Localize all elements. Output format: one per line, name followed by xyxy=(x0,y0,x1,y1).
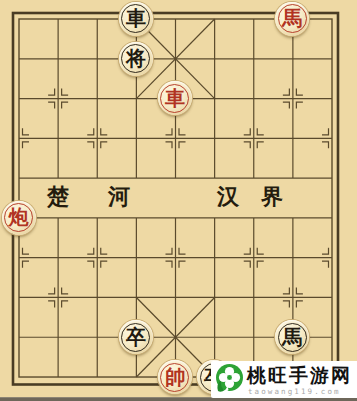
piece-red-general[interactable]: 帥 xyxy=(158,360,192,394)
xiangqi-screenshot: 楚 河 汉 界 車馬将車炮卒馬帥卒 桃旺手游网 taowang119.com xyxy=(0,0,357,401)
piece-glyph: 卒 xyxy=(126,327,146,347)
clover-logo-icon xyxy=(212,362,246,397)
piece-black-general[interactable]: 将 xyxy=(119,42,153,76)
piece-glyph: 馬 xyxy=(282,327,302,347)
piece-black-chariot[interactable]: 車 xyxy=(119,2,153,36)
watermark-url: taowang119.com xyxy=(248,387,341,396)
piece-glyph: 馬 xyxy=(282,8,302,28)
piece-red-chariot[interactable]: 車 xyxy=(158,81,192,115)
watermark-link[interactable]: 桃旺手游网 taowang119.com xyxy=(211,361,357,398)
piece-glyph: 帥 xyxy=(165,367,185,387)
piece-glyph: 車 xyxy=(126,8,146,28)
piece-black-soldier[interactable]: 卒 xyxy=(119,320,153,354)
piece-glyph: 炮 xyxy=(9,207,29,227)
piece-black-horse[interactable]: 馬 xyxy=(275,320,309,354)
watermark-site-name: 桃旺手游网 xyxy=(247,363,357,389)
piece-red-horse[interactable]: 馬 xyxy=(275,2,309,36)
piece-glyph: 将 xyxy=(126,48,146,68)
piece-red-cannon[interactable]: 炮 xyxy=(2,201,36,235)
piece-grid: 車馬将車炮卒馬帥卒 xyxy=(0,0,351,397)
piece-glyph: 車 xyxy=(165,88,185,108)
